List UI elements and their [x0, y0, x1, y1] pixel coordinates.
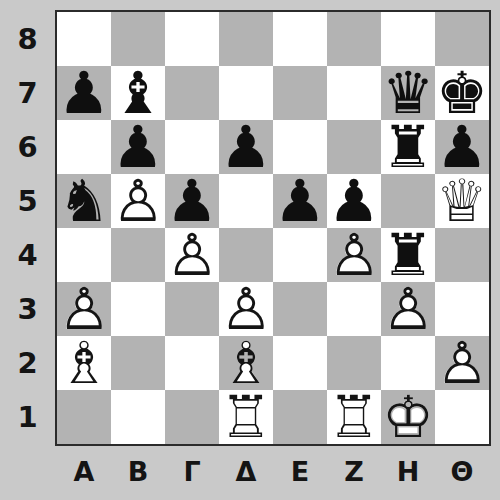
square-a3[interactable]: ♙ [57, 282, 111, 336]
square-f3[interactable] [327, 282, 381, 336]
square-f8[interactable] [327, 12, 381, 66]
square-e2[interactable] [273, 336, 327, 390]
black-rook[interactable]: ♜ [381, 120, 435, 174]
white-bishop[interactable]: ♗ [219, 336, 273, 390]
square-a6[interactable] [57, 120, 111, 174]
white-rook[interactable]: ♖ [219, 390, 273, 444]
rank-label-3: 3 [0, 282, 55, 336]
rank-label-1: 1 [0, 390, 55, 444]
square-f2[interactable] [327, 336, 381, 390]
square-f1[interactable]: ♖ [327, 390, 381, 444]
black-pawn[interactable]: ♟ [57, 66, 111, 120]
file-label-g: Η [381, 446, 435, 496]
black-king[interactable]: ♚ [435, 66, 489, 120]
square-g2[interactable] [381, 336, 435, 390]
square-h7[interactable]: ♚ [435, 66, 489, 120]
square-d4[interactable] [219, 228, 273, 282]
black-pawn[interactable]: ♟ [327, 174, 381, 228]
square-b6[interactable]: ♟ [111, 120, 165, 174]
square-b8[interactable] [111, 12, 165, 66]
square-e4[interactable] [273, 228, 327, 282]
square-c1[interactable] [165, 390, 219, 444]
square-d5[interactable] [219, 174, 273, 228]
black-pawn[interactable]: ♟ [111, 120, 165, 174]
white-rook[interactable]: ♖ [327, 390, 381, 444]
rank-label-2: 2 [0, 336, 55, 390]
square-h1[interactable] [435, 390, 489, 444]
square-g4[interactable]: ♜ [381, 228, 435, 282]
rank-label-5: 5 [0, 174, 55, 228]
rank-label-4: 4 [0, 228, 55, 282]
square-g3[interactable]: ♙ [381, 282, 435, 336]
square-d8[interactable] [219, 12, 273, 66]
black-pawn[interactable]: ♟ [273, 174, 327, 228]
rank-label-7: 7 [0, 66, 55, 120]
square-g5[interactable] [381, 174, 435, 228]
rank-label-8: 8 [0, 12, 55, 66]
white-queen[interactable]: ♕ [435, 174, 489, 228]
file-label-d: Δ [219, 446, 273, 496]
file-labels: ΑΒΓΔΕΖΗΘ [57, 446, 489, 496]
square-h3[interactable] [435, 282, 489, 336]
square-f5[interactable]: ♟ [327, 174, 381, 228]
square-c4[interactable]: ♙ [165, 228, 219, 282]
square-d1[interactable]: ♖ [219, 390, 273, 444]
square-e6[interactable] [273, 120, 327, 174]
square-a7[interactable]: ♟ [57, 66, 111, 120]
square-d6[interactable]: ♟ [219, 120, 273, 174]
black-pawn[interactable]: ♟ [435, 120, 489, 174]
square-e3[interactable] [273, 282, 327, 336]
square-d7[interactable] [219, 66, 273, 120]
square-h2[interactable]: ♙ [435, 336, 489, 390]
square-d2[interactable]: ♗ [219, 336, 273, 390]
black-queen[interactable]: ♛ [381, 66, 435, 120]
square-e8[interactable] [273, 12, 327, 66]
square-b5[interactable]: ♙ [111, 174, 165, 228]
black-bishop[interactable]: ♝ [111, 66, 165, 120]
square-c8[interactable] [165, 12, 219, 66]
white-king[interactable]: ♔ [381, 390, 435, 444]
square-h5[interactable]: ♕ [435, 174, 489, 228]
black-pawn[interactable]: ♟ [219, 120, 273, 174]
square-b4[interactable] [111, 228, 165, 282]
square-b7[interactable]: ♝ [111, 66, 165, 120]
square-a5[interactable]: ♞ [57, 174, 111, 228]
white-bishop[interactable]: ♗ [57, 336, 111, 390]
square-a2[interactable]: ♗ [57, 336, 111, 390]
file-label-f: Ζ [327, 446, 381, 496]
file-label-e: Ε [273, 446, 327, 496]
square-g6[interactable]: ♜ [381, 120, 435, 174]
square-d3[interactable]: ♙ [219, 282, 273, 336]
chess-board: ♟♝♛♚♟♟♜♟♞♙♟♟♟♕♙♙♜♙♙♙♗♗♙♖♖♔ [55, 10, 491, 446]
file-label-c: Γ [165, 446, 219, 496]
rank-label-6: 6 [0, 120, 55, 174]
square-g7[interactable]: ♛ [381, 66, 435, 120]
white-pawn[interactable]: ♙ [165, 228, 219, 282]
square-e5[interactable]: ♟ [273, 174, 327, 228]
square-f6[interactable] [327, 120, 381, 174]
square-h4[interactable] [435, 228, 489, 282]
square-c7[interactable] [165, 66, 219, 120]
square-g8[interactable] [381, 12, 435, 66]
white-pawn[interactable]: ♙ [111, 174, 165, 228]
file-label-h: Θ [435, 446, 489, 496]
file-label-a: Α [57, 446, 111, 496]
file-label-b: Β [111, 446, 165, 496]
square-h6[interactable]: ♟ [435, 120, 489, 174]
rank-labels: 87654321 [0, 12, 55, 444]
square-a8[interactable] [57, 12, 111, 66]
square-e7[interactable] [273, 66, 327, 120]
chess-diagram: 87654321 ♟♝♛♚♟♟♜♟♞♙♟♟♟♕♙♙♜♙♙♙♗♗♙♖♖♔ ΑΒΓΔ… [0, 0, 500, 500]
black-knight[interactable]: ♞ [57, 174, 111, 228]
square-g1[interactable]: ♔ [381, 390, 435, 444]
square-b1[interactable] [111, 390, 165, 444]
square-a1[interactable] [57, 390, 111, 444]
black-rook[interactable]: ♜ [381, 228, 435, 282]
white-pawn[interactable]: ♙ [381, 282, 435, 336]
black-pawn[interactable]: ♟ [165, 174, 219, 228]
square-e1[interactable] [273, 390, 327, 444]
white-pawn[interactable]: ♙ [435, 336, 489, 390]
square-f7[interactable] [327, 66, 381, 120]
square-f4[interactable]: ♙ [327, 228, 381, 282]
square-c2[interactable] [165, 336, 219, 390]
square-c6[interactable] [165, 120, 219, 174]
square-b2[interactable] [111, 336, 165, 390]
square-b3[interactable] [111, 282, 165, 336]
white-pawn[interactable]: ♙ [327, 228, 381, 282]
white-pawn[interactable]: ♙ [219, 282, 273, 336]
square-a4[interactable] [57, 228, 111, 282]
white-pawn[interactable]: ♙ [57, 282, 111, 336]
square-c5[interactable]: ♟ [165, 174, 219, 228]
square-h8[interactable] [435, 12, 489, 66]
square-c3[interactable] [165, 282, 219, 336]
